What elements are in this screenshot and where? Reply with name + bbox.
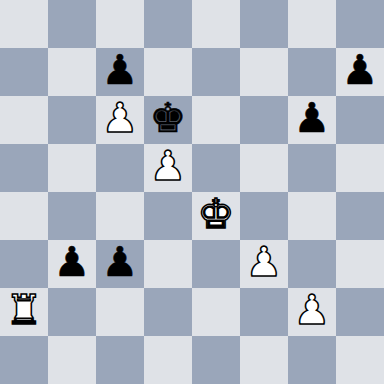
square-h2[interactable] — [336, 288, 384, 336]
square-f6[interactable] — [240, 96, 288, 144]
square-a6[interactable] — [0, 96, 48, 144]
piece-black-pawn[interactable]: ♟ — [342, 46, 379, 94]
piece-white-pawn[interactable]: ♟ — [246, 238, 283, 286]
square-e4[interactable]: ♚ — [192, 192, 240, 240]
square-e2[interactable] — [192, 288, 240, 336]
square-g8[interactable] — [288, 0, 336, 48]
piece-white-king[interactable]: ♚ — [198, 190, 235, 238]
square-d2[interactable] — [144, 288, 192, 336]
square-g4[interactable] — [288, 192, 336, 240]
square-f4[interactable] — [240, 192, 288, 240]
square-f1[interactable] — [240, 336, 288, 384]
square-h6[interactable] — [336, 96, 384, 144]
square-c3[interactable]: ♟ — [96, 240, 144, 288]
square-a2[interactable]: ♜ — [0, 288, 48, 336]
square-c4[interactable] — [96, 192, 144, 240]
square-g6[interactable]: ♟ — [288, 96, 336, 144]
square-f7[interactable] — [240, 48, 288, 96]
square-b6[interactable] — [48, 96, 96, 144]
square-b2[interactable] — [48, 288, 96, 336]
square-h1[interactable] — [336, 336, 384, 384]
piece-black-pawn[interactable]: ♟ — [294, 94, 331, 142]
square-g3[interactable] — [288, 240, 336, 288]
square-a7[interactable] — [0, 48, 48, 96]
square-c1[interactable] — [96, 336, 144, 384]
square-h4[interactable] — [336, 192, 384, 240]
chess-board: ♟♟♟♚♟♟♚♟♟♟♜♟ — [0, 0, 384, 384]
square-h3[interactable] — [336, 240, 384, 288]
piece-white-rook[interactable]: ♜ — [6, 286, 43, 334]
square-f8[interactable] — [240, 0, 288, 48]
square-b3[interactable]: ♟ — [48, 240, 96, 288]
square-d1[interactable] — [144, 336, 192, 384]
square-a3[interactable] — [0, 240, 48, 288]
square-f3[interactable]: ♟ — [240, 240, 288, 288]
square-e7[interactable] — [192, 48, 240, 96]
square-f5[interactable] — [240, 144, 288, 192]
square-h5[interactable] — [336, 144, 384, 192]
piece-white-pawn[interactable]: ♟ — [294, 286, 331, 334]
square-a1[interactable] — [0, 336, 48, 384]
square-d7[interactable] — [144, 48, 192, 96]
square-c7[interactable]: ♟ — [96, 48, 144, 96]
square-b5[interactable] — [48, 144, 96, 192]
square-d4[interactable] — [144, 192, 192, 240]
square-d8[interactable] — [144, 0, 192, 48]
square-e5[interactable] — [192, 144, 240, 192]
square-g1[interactable] — [288, 336, 336, 384]
square-c5[interactable] — [96, 144, 144, 192]
square-h8[interactable] — [336, 0, 384, 48]
square-g2[interactable]: ♟ — [288, 288, 336, 336]
square-h7[interactable]: ♟ — [336, 48, 384, 96]
square-f2[interactable] — [240, 288, 288, 336]
square-b1[interactable] — [48, 336, 96, 384]
square-b8[interactable] — [48, 0, 96, 48]
square-c8[interactable] — [96, 0, 144, 48]
square-b4[interactable] — [48, 192, 96, 240]
piece-white-pawn[interactable]: ♟ — [102, 94, 139, 142]
square-d3[interactable] — [144, 240, 192, 288]
square-d6[interactable]: ♚ — [144, 96, 192, 144]
square-a4[interactable] — [0, 192, 48, 240]
square-g5[interactable] — [288, 144, 336, 192]
square-e3[interactable] — [192, 240, 240, 288]
square-e1[interactable] — [192, 336, 240, 384]
piece-white-pawn[interactable]: ♟ — [150, 142, 187, 190]
square-a8[interactable] — [0, 0, 48, 48]
square-e8[interactable] — [192, 0, 240, 48]
piece-black-pawn[interactable]: ♟ — [102, 238, 139, 286]
square-c6[interactable]: ♟ — [96, 96, 144, 144]
piece-black-king[interactable]: ♚ — [150, 94, 187, 142]
square-c2[interactable] — [96, 288, 144, 336]
piece-black-pawn[interactable]: ♟ — [102, 46, 139, 94]
square-b7[interactable] — [48, 48, 96, 96]
square-a5[interactable] — [0, 144, 48, 192]
square-g7[interactable] — [288, 48, 336, 96]
square-e6[interactable] — [192, 96, 240, 144]
square-d5[interactable]: ♟ — [144, 144, 192, 192]
piece-black-pawn[interactable]: ♟ — [54, 238, 91, 286]
